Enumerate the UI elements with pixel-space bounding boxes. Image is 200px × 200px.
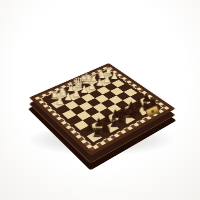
product-photo-chess-set: ♜♞♝♛♚♝♞♜♟♟♟♟♟♟♟♟♟♟♟♟♟♟♟♟♜♞♝♛♚♝♞♜ [0, 0, 200, 200]
square-h7: ♟ [137, 98, 151, 107]
clasp-keyhole-icon [151, 109, 155, 113]
square-f6 [115, 100, 129, 109]
piece-white-pawn: ♟ [110, 72, 118, 81]
piece-black-pawn: ♟ [142, 94, 151, 104]
square-e6 [107, 104, 121, 113]
